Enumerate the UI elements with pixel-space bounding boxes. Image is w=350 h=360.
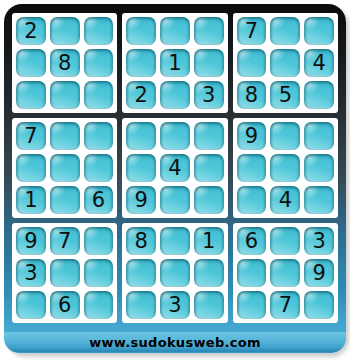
- cell-r8c4[interactable]: [126, 259, 156, 287]
- board-frame: 281237485716499497368136397 www.sudokusw…: [4, 4, 346, 353]
- cell-r8c7[interactable]: [237, 259, 267, 287]
- cell-r3c1[interactable]: [16, 81, 46, 109]
- cell-r6c4[interactable]: 9: [126, 186, 156, 214]
- box-3-1: 9736: [12, 223, 117, 323]
- cell-r2c7[interactable]: [237, 49, 267, 77]
- footer-link[interactable]: www.sudokusweb.com: [89, 335, 261, 350]
- cell-r8c5[interactable]: [160, 259, 190, 287]
- cell-r6c3[interactable]: 6: [84, 186, 114, 214]
- cell-r6c7[interactable]: [237, 186, 267, 214]
- cell-r7c5[interactable]: [160, 227, 190, 255]
- cell-r1c7[interactable]: 7: [237, 17, 267, 45]
- box-1-3: 7485: [233, 13, 338, 113]
- cell-r6c2[interactable]: [50, 186, 80, 214]
- cell-r2c2[interactable]: 8: [50, 49, 80, 77]
- cell-r9c8[interactable]: 7: [270, 291, 300, 319]
- cell-r7c9[interactable]: 3: [304, 227, 334, 255]
- box-1-2: 123: [122, 13, 227, 113]
- cell-r7c7[interactable]: 6: [237, 227, 267, 255]
- cell-r5c2[interactable]: [50, 154, 80, 182]
- cell-r3c3[interactable]: [84, 81, 114, 109]
- box-3-2: 813: [122, 223, 227, 323]
- cell-r1c6[interactable]: [194, 17, 224, 45]
- cell-r3c8[interactable]: 5: [270, 81, 300, 109]
- cell-r5c9[interactable]: [304, 154, 334, 182]
- cell-r5c4[interactable]: [126, 154, 156, 182]
- cell-r3c9[interactable]: [304, 81, 334, 109]
- cell-r4c7[interactable]: 9: [237, 122, 267, 150]
- cell-r6c6[interactable]: [194, 186, 224, 214]
- box-3-3: 6397: [233, 223, 338, 323]
- cell-r3c6[interactable]: 3: [194, 81, 224, 109]
- cell-r1c3[interactable]: [84, 17, 114, 45]
- cell-r4c2[interactable]: [50, 122, 80, 150]
- cell-r5c5[interactable]: 4: [160, 154, 190, 182]
- cell-r3c5[interactable]: [160, 81, 190, 109]
- cell-r8c6[interactable]: [194, 259, 224, 287]
- cell-r5c7[interactable]: [237, 154, 267, 182]
- cell-r9c3[interactable]: [84, 291, 114, 319]
- cell-r7c2[interactable]: 7: [50, 227, 80, 255]
- cell-r7c8[interactable]: [270, 227, 300, 255]
- cell-r8c1[interactable]: 3: [16, 259, 46, 287]
- cell-r9c7[interactable]: [237, 291, 267, 319]
- cell-r9c4[interactable]: [126, 291, 156, 319]
- cell-r1c5[interactable]: [160, 17, 190, 45]
- cell-r4c4[interactable]: [126, 122, 156, 150]
- cell-r8c8[interactable]: [270, 259, 300, 287]
- cell-r8c9[interactable]: 9: [304, 259, 334, 287]
- footer-bar: www.sudokusweb.com: [4, 332, 346, 353]
- cell-r7c1[interactable]: 9: [16, 227, 46, 255]
- cell-r6c9[interactable]: [304, 186, 334, 214]
- cell-r9c6[interactable]: [194, 291, 224, 319]
- cell-r7c6[interactable]: 1: [194, 227, 224, 255]
- sudoku-board: 281237485716499497368136397: [12, 13, 338, 323]
- cell-r6c8[interactable]: 4: [270, 186, 300, 214]
- cell-r2c6[interactable]: [194, 49, 224, 77]
- cell-r5c1[interactable]: [16, 154, 46, 182]
- box-2-2: 49: [122, 118, 227, 218]
- cell-r4c9[interactable]: [304, 122, 334, 150]
- cell-r5c3[interactable]: [84, 154, 114, 182]
- cell-r5c8[interactable]: [270, 154, 300, 182]
- cell-r2c9[interactable]: 4: [304, 49, 334, 77]
- cell-r2c4[interactable]: [126, 49, 156, 77]
- cell-r6c1[interactable]: 1: [16, 186, 46, 214]
- cell-r6c5[interactable]: [160, 186, 190, 214]
- cell-r3c2[interactable]: [50, 81, 80, 109]
- cell-r4c1[interactable]: 7: [16, 122, 46, 150]
- cell-r5c6[interactable]: [194, 154, 224, 182]
- cell-r2c1[interactable]: [16, 49, 46, 77]
- cell-r1c4[interactable]: [126, 17, 156, 45]
- cell-r1c9[interactable]: [304, 17, 334, 45]
- cell-r1c2[interactable]: [50, 17, 80, 45]
- cell-r7c4[interactable]: 8: [126, 227, 156, 255]
- cell-r2c5[interactable]: 1: [160, 49, 190, 77]
- cell-r2c8[interactable]: [270, 49, 300, 77]
- cell-r2c3[interactable]: [84, 49, 114, 77]
- cell-r9c5[interactable]: 3: [160, 291, 190, 319]
- cell-r4c6[interactable]: [194, 122, 224, 150]
- cell-r9c2[interactable]: 6: [50, 291, 80, 319]
- cell-r4c8[interactable]: [270, 122, 300, 150]
- cell-r9c1[interactable]: [16, 291, 46, 319]
- cell-r3c7[interactable]: 8: [237, 81, 267, 109]
- box-2-3: 94: [233, 118, 338, 218]
- cell-r9c9[interactable]: [304, 291, 334, 319]
- cell-r7c3[interactable]: [84, 227, 114, 255]
- cell-r4c3[interactable]: [84, 122, 114, 150]
- cell-r3c4[interactable]: 2: [126, 81, 156, 109]
- cell-r1c8[interactable]: [270, 17, 300, 45]
- cell-r1c1[interactable]: 2: [16, 17, 46, 45]
- page: 281237485716499497368136397 www.sudokusw…: [0, 0, 350, 360]
- cell-r8c3[interactable]: [84, 259, 114, 287]
- box-2-1: 716: [12, 118, 117, 218]
- box-1-1: 28: [12, 13, 117, 113]
- cell-r8c2[interactable]: [50, 259, 80, 287]
- cell-r4c5[interactable]: [160, 122, 190, 150]
